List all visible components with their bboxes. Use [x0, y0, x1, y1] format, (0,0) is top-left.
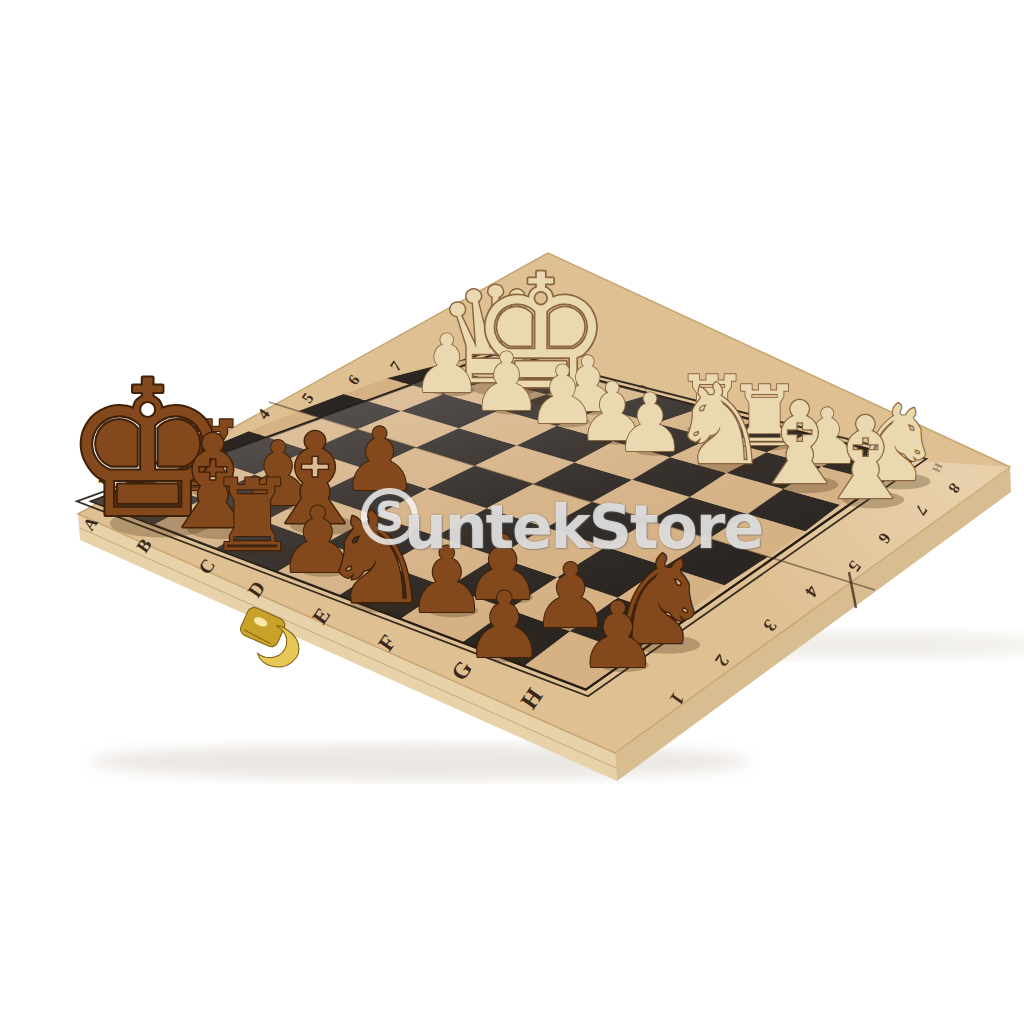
piece-light-bishop-h7[interactable]: ♝	[815, 392, 917, 525]
chess-board-photo: 12345678ABCDEFGH12345678ABCDEFGH♛♚♟♟♟♟♜♟…	[0, 0, 1024, 1024]
piece-dark-pawn-g1[interactable]: ♟	[464, 572, 546, 678]
product-photo-canvas: 12345678ABCDEFGH12345678ABCDEFGH♛♚♟♟♟♟♜♟…	[0, 0, 1024, 1024]
piece-dark-pawn-h1[interactable]: ♟	[577, 582, 659, 688]
